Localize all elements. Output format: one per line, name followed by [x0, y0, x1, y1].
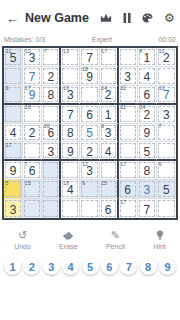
cell-value: 1 — [143, 52, 150, 64]
cell-r5c5[interactable]: 5 — [80, 124, 99, 143]
cell-value: 3 — [163, 109, 170, 121]
cell-value: 9 — [67, 146, 74, 158]
cell-r7c2[interactable]: 76 — [23, 161, 42, 180]
pencil-icon: ✎ — [111, 230, 120, 241]
cell-value: 6 — [105, 204, 112, 216]
cage-sum: 11 — [6, 49, 12, 55]
cell-value: 1 — [105, 109, 112, 121]
cell-value: 9 — [10, 165, 17, 177]
cell-value: 5 — [86, 127, 93, 139]
cell-r1c9[interactable]: 102 — [157, 48, 176, 67]
cell-r4c5[interactable]: 6 — [80, 105, 99, 124]
crown-icon[interactable] — [100, 13, 112, 23]
cell-r3c3[interactable]: 8 — [42, 86, 61, 105]
cell-r2c4[interactable] — [61, 67, 80, 86]
numpad-8[interactable]: 8 — [140, 258, 157, 275]
cell-value: 6 — [124, 184, 131, 196]
cell-r9c1[interactable]: 3 — [4, 199, 23, 218]
cell-r1c6[interactable]: 17 — [100, 48, 119, 67]
cell-r3c4[interactable]: 103 — [61, 86, 80, 105]
erase-button[interactable]: Erase — [59, 230, 77, 250]
cell-r4c1[interactable] — [4, 105, 23, 124]
hint-bulb-icon — [156, 230, 164, 241]
cage-sum: 10 — [63, 86, 69, 92]
cell-r5c2[interactable]: 2 — [23, 124, 42, 143]
cage-sum: 13 — [63, 49, 69, 55]
cell-value: 9 — [143, 127, 150, 139]
cell-r5c1[interactable]: 4 — [4, 124, 23, 143]
cell-r7c8[interactable]: 8 — [138, 161, 157, 180]
cell-value: 7 — [86, 52, 93, 64]
numpad-3[interactable]: 3 — [43, 258, 60, 275]
cell-r7c6[interactable] — [100, 161, 119, 180]
cell-r6c3[interactable]: 3 — [42, 142, 61, 161]
cell-r5c6[interactable]: 93 — [100, 124, 119, 143]
cell-r9c9[interactable] — [157, 199, 176, 218]
cage-sum: 14 — [101, 86, 107, 92]
numpad-1[interactable]: 1 — [4, 258, 21, 275]
cell-r8c3[interactable] — [42, 180, 61, 199]
cell-r2c9[interactable] — [157, 67, 176, 86]
app-bar: ← New Game ⚙ — [0, 0, 180, 30]
cage-sum: 11 — [120, 86, 126, 92]
cell-value: 8 — [143, 165, 150, 177]
cell-r8c8[interactable]: 3 — [138, 180, 157, 199]
cage-sum: 9 — [6, 86, 9, 92]
cell-r1c5[interactable]: 7 — [80, 48, 99, 67]
cell-r4c3[interactable] — [42, 105, 61, 124]
cell-r7c9[interactable]: 9 — [157, 161, 176, 180]
cage-sum: 17 — [25, 86, 31, 92]
cage-sum: 15 — [25, 181, 31, 187]
cell-r6c2[interactable] — [23, 142, 42, 161]
pause-icon[interactable] — [123, 13, 131, 23]
cell-value: 5 — [163, 184, 170, 196]
cell-value: 2 — [29, 127, 36, 139]
cell-r8c1[interactable]: 5 — [4, 180, 23, 199]
cage-sum: 7 — [44, 49, 47, 55]
cell-r3c1[interactable]: 9 — [4, 86, 23, 105]
cell-value: 7 — [67, 109, 74, 121]
cage-sum: 20 — [25, 105, 31, 111]
numpad-2[interactable]: 2 — [23, 258, 40, 275]
cell-r4c6[interactable]: 1 — [100, 105, 119, 124]
numpad-5[interactable]: 5 — [82, 258, 99, 275]
cell-r6c1[interactable]: 17 — [4, 142, 23, 161]
cell-r5c9[interactable]: 7 — [157, 124, 176, 143]
cell-r3c2[interactable]: 179 — [23, 86, 42, 105]
cell-r8c9[interactable]: 5 — [157, 180, 176, 199]
cell-r2c3[interactable]: 2 — [42, 67, 61, 86]
pencil-button[interactable]: ✎ Pencil — [106, 230, 125, 250]
cell-r9c6[interactable]: 6 — [100, 199, 119, 218]
palette-icon[interactable] — [142, 13, 153, 23]
cage-sum: 9 — [158, 162, 161, 168]
cell-r6c6[interactable]: 4 — [100, 142, 119, 161]
cell-r5c7[interactable] — [119, 124, 138, 143]
numpad-6[interactable]: 6 — [101, 258, 118, 275]
numpad-4[interactable]: 4 — [62, 258, 79, 275]
cell-value: 8 — [67, 127, 74, 139]
cell-value: 2 — [86, 146, 93, 158]
cell-value: 2 — [47, 71, 54, 83]
mistakes-label: Mistakes: 0/3 — [4, 36, 45, 43]
cell-r6c5[interactable]: 2 — [80, 142, 99, 161]
back-arrow-icon[interactable]: ← — [6, 11, 19, 26]
toolbar: ↺ Undo Erase ✎ Pencil Hint — [0, 226, 180, 250]
hint-button[interactable]: Hint — [153, 230, 165, 250]
cage-sum: 15 — [101, 181, 107, 187]
settings-gear-icon[interactable]: ⚙ — [164, 12, 175, 24]
status-bar: Mistakes: 0/3 Expert 00:02 — [0, 30, 180, 46]
numpad-9[interactable]: 9 — [159, 258, 176, 275]
cell-r7c3[interactable] — [42, 161, 61, 180]
undo-icon: ↺ — [18, 230, 27, 241]
cage-sum: 7 — [25, 162, 28, 168]
cell-r8c6[interactable]: 15 — [100, 180, 119, 199]
cell-r3c9[interactable]: 107 — [157, 86, 176, 105]
cage-sum: 10 — [25, 49, 31, 55]
cell-r7c7[interactable]: 17 — [119, 161, 138, 180]
cell-r5c8[interactable]: 9 — [138, 124, 157, 143]
undo-label: Undo — [14, 243, 31, 250]
cell-r3c6[interactable]: 142 — [100, 86, 119, 105]
cell-r4c9[interactable]: 3 — [157, 105, 176, 124]
cage-sum: 26 — [44, 124, 50, 130]
cell-value: 7 — [143, 204, 150, 216]
cage-sum: 18 — [63, 181, 69, 187]
timer: 00:02 — [158, 36, 176, 43]
cell-value: 3 — [124, 71, 131, 83]
cell-value: 3 — [143, 184, 150, 196]
cage-sum: 7 — [158, 124, 161, 130]
cell-r9c4[interactable] — [61, 199, 80, 218]
cell-r4c4[interactable]: 7 — [61, 105, 80, 124]
cell-r2c2[interactable]: 7 — [23, 67, 42, 86]
cell-r8c4[interactable]: 184 — [61, 180, 80, 199]
pencil-label: Pencil — [106, 243, 125, 250]
cell-r3c8[interactable]: 6 — [138, 86, 157, 105]
cell-value: 4 — [10, 127, 17, 139]
cage-sum: 17 — [6, 143, 12, 149]
cell-r3c7[interactable]: 11 — [119, 86, 138, 105]
cell-value: 6 — [86, 109, 93, 121]
cell-r6c9[interactable] — [157, 142, 176, 161]
cell-r2c6[interactable] — [100, 67, 119, 86]
cage-sum: 5 — [6, 181, 9, 187]
cell-value: 3 — [105, 127, 112, 139]
cell-value: 8 — [47, 89, 54, 101]
hint-label: Hint — [153, 243, 165, 250]
cage-sum: 12 — [82, 162, 88, 168]
numpad-7[interactable]: 7 — [120, 258, 137, 275]
cell-r2c5[interactable]: 189 — [80, 67, 99, 86]
undo-button[interactable]: ↺ Undo — [14, 230, 31, 250]
cell-r1c4[interactable]: 13 — [61, 48, 80, 67]
cage-sum: 10 — [158, 86, 164, 92]
cell-value: 6 — [143, 89, 150, 101]
cell-r6c7[interactable] — [119, 142, 138, 161]
cell-r1c3[interactable]: 7 — [42, 48, 61, 67]
numpad: 123456789 — [0, 258, 180, 275]
cell-r7c5[interactable]: 123 — [80, 161, 99, 180]
cell-r4c2[interactable]: 20 — [23, 105, 42, 124]
cage-sum: 8 — [139, 49, 142, 55]
cell-value: 4 — [105, 146, 112, 158]
cell-r5c4[interactable]: 8 — [61, 124, 80, 143]
cage-sum: 17 — [120, 162, 126, 168]
cell-value: 6 — [29, 165, 36, 177]
cell-r7c4[interactable] — [61, 161, 80, 180]
difficulty-label: Expert — [45, 36, 158, 43]
cell-r8c2[interactable]: 15 — [23, 180, 42, 199]
cell-value: 3 — [47, 146, 54, 158]
cell-r8c7[interactable]: 6 — [119, 180, 138, 199]
cell-r8c5[interactable]: 9 — [80, 180, 99, 199]
cage-sum: 17 — [120, 200, 126, 206]
cage-sum: 17 — [101, 49, 107, 55]
cell-r7c1[interactable]: 9 — [4, 161, 23, 180]
cell-r2c8[interactable]: 4 — [138, 67, 157, 86]
cell-r1c7[interactable] — [119, 48, 138, 67]
cell-r1c2[interactable]: 103 — [23, 48, 42, 67]
cell-value: 3 — [10, 204, 17, 216]
cage-sum: 9 — [101, 124, 104, 130]
cage-sum: 18 — [82, 67, 88, 73]
cell-r9c2[interactable] — [23, 199, 42, 218]
cell-r9c3[interactable] — [42, 199, 61, 218]
cage-sum: 10 — [158, 49, 164, 55]
erase-label: Erase — [59, 243, 77, 250]
cell-r9c8[interactable]: 7 — [138, 199, 157, 218]
cell-r5c3[interactable]: 266 — [42, 124, 61, 143]
cell-r6c8[interactable]: 5 — [138, 142, 157, 161]
cell-r2c7[interactable]: 3 — [119, 67, 138, 86]
cell-r3c5[interactable] — [80, 86, 99, 105]
cage-sum: 11 — [120, 105, 126, 111]
cage-sum: 9 — [82, 181, 85, 187]
cell-value: 5 — [143, 146, 150, 158]
cell-r6c4[interactable]: 9 — [61, 142, 80, 161]
cage-sum: 24 — [139, 105, 145, 111]
page-title: New Game — [25, 11, 89, 25]
cell-value: 4 — [143, 71, 150, 83]
cell-r4c7[interactable]: 11 — [119, 105, 138, 124]
cell-r1c1[interactable]: 115 — [4, 48, 23, 67]
eraser-icon — [62, 230, 74, 241]
cell-r2c1[interactable] — [4, 67, 23, 86]
board: 1151037137178110272189349179810314211610… — [2, 46, 178, 220]
cell-r1c8[interactable]: 81 — [138, 48, 157, 67]
cell-r9c5[interactable] — [80, 199, 99, 218]
cell-r4c8[interactable]: 242 — [138, 105, 157, 124]
cell-r9c7[interactable]: 17 — [119, 199, 138, 218]
cell-value: 7 — [29, 71, 36, 83]
